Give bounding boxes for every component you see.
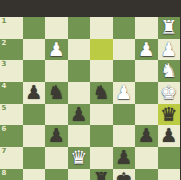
- square-d3[interactable]: [90, 60, 113, 82]
- black-queen[interactable]: ♛: [158, 104, 181, 126]
- square-f5[interactable]: [45, 104, 68, 126]
- square-d8[interactable]: ♜: [90, 169, 113, 180]
- square-b6[interactable]: ♟: [135, 125, 158, 147]
- square-a5[interactable]: ♛: [158, 104, 181, 126]
- square-f2[interactable]: ♟: [45, 39, 68, 61]
- rank-label-4: 4: [2, 82, 7, 91]
- square-a3[interactable]: ♞: [158, 60, 181, 82]
- square-c3[interactable]: [113, 60, 136, 82]
- square-a7[interactable]: [158, 147, 181, 169]
- square-b4[interactable]: [135, 82, 158, 104]
- square-e2[interactable]: [68, 39, 91, 61]
- square-d6[interactable]: [90, 125, 113, 147]
- rank-label-5: 5: [2, 104, 7, 113]
- square-d2[interactable]: [90, 39, 113, 61]
- square-c6[interactable]: [113, 125, 136, 147]
- square-e3[interactable]: [68, 60, 91, 82]
- square-a1[interactable]: ♜: [158, 17, 181, 39]
- white-pawn[interactable]: ♟: [135, 39, 158, 61]
- white-pawn[interactable]: ♟: [45, 39, 68, 61]
- white-pawn[interactable]: ♟: [113, 82, 136, 104]
- square-a4[interactable]: ♚: [158, 82, 181, 104]
- white-rook[interactable]: ♜: [158, 17, 181, 39]
- square-d7[interactable]: [90, 147, 113, 169]
- white-king[interactable]: ♚: [158, 82, 181, 104]
- square-g6[interactable]: [23, 125, 46, 147]
- square-h1[interactable]: 1: [0, 17, 23, 39]
- square-e5[interactable]: ♟: [68, 104, 91, 126]
- square-a6[interactable]: ♟: [158, 125, 181, 147]
- square-h8[interactable]: 8: [0, 169, 23, 180]
- square-g8[interactable]: [23, 169, 46, 180]
- square-e8[interactable]: [68, 169, 91, 180]
- black-pawn[interactable]: ♟: [135, 125, 158, 147]
- top-bar: [0, 0, 180, 17]
- square-c7[interactable]: ♟: [113, 147, 136, 169]
- black-pawn[interactable]: ♟: [158, 125, 181, 147]
- square-g7[interactable]: [23, 147, 46, 169]
- square-f6[interactable]: ♟: [45, 125, 68, 147]
- black-pawn[interactable]: ♟: [113, 147, 136, 169]
- square-c5[interactable]: [113, 104, 136, 126]
- square-f3[interactable]: [45, 60, 68, 82]
- chess-board: 1♜2♟♟♟3♞4♟♞♞♟♚5♟♛6♟♟♟7♛♟8♜♚: [0, 17, 180, 180]
- square-a2[interactable]: ♟: [158, 39, 181, 61]
- black-pawn[interactable]: ♟: [68, 104, 91, 126]
- square-e6[interactable]: [68, 125, 91, 147]
- square-f4[interactable]: ♞: [45, 82, 68, 104]
- square-b2[interactable]: ♟: [135, 39, 158, 61]
- white-pawn[interactable]: ♟: [158, 39, 181, 61]
- square-f7[interactable]: [45, 147, 68, 169]
- square-b8[interactable]: [135, 169, 158, 180]
- square-e1[interactable]: [68, 17, 91, 39]
- square-c2[interactable]: [113, 39, 136, 61]
- white-queen[interactable]: ♛: [68, 147, 91, 169]
- square-b5[interactable]: [135, 104, 158, 126]
- square-h5[interactable]: 5: [0, 104, 23, 126]
- white-knight[interactable]: ♞: [158, 60, 181, 82]
- rank-label-6: 6: [2, 125, 7, 134]
- black-pawn[interactable]: ♟: [45, 125, 68, 147]
- square-d5[interactable]: [90, 104, 113, 126]
- square-f8[interactable]: [45, 169, 68, 180]
- rank-label-8: 8: [2, 169, 7, 178]
- square-g5[interactable]: [23, 104, 46, 126]
- square-h4[interactable]: 4: [0, 82, 23, 104]
- square-b3[interactable]: [135, 60, 158, 82]
- black-knight[interactable]: ♞: [45, 82, 68, 104]
- square-h3[interactable]: 3: [0, 60, 23, 82]
- rank-label-1: 1: [2, 17, 7, 26]
- square-e4[interactable]: [68, 82, 91, 104]
- black-knight[interactable]: ♞: [90, 82, 113, 104]
- black-pawn[interactable]: ♟: [23, 82, 46, 104]
- rank-label-2: 2: [2, 39, 7, 48]
- square-c4[interactable]: ♟: [113, 82, 136, 104]
- square-c8[interactable]: ♚: [113, 169, 136, 180]
- square-e7[interactable]: ♛: [68, 147, 91, 169]
- square-g4[interactable]: ♟: [23, 82, 46, 104]
- rank-label-7: 7: [2, 147, 7, 156]
- square-a8[interactable]: [158, 169, 181, 180]
- square-c1[interactable]: [113, 17, 136, 39]
- square-h2[interactable]: 2: [0, 39, 23, 61]
- black-rook[interactable]: ♜: [90, 169, 113, 180]
- square-b1[interactable]: [135, 17, 158, 39]
- square-g3[interactable]: [23, 60, 46, 82]
- square-g2[interactable]: [23, 39, 46, 61]
- square-d1[interactable]: [90, 17, 113, 39]
- rank-label-3: 3: [2, 60, 7, 69]
- square-d4[interactable]: ♞: [90, 82, 113, 104]
- square-g1[interactable]: [23, 17, 46, 39]
- square-f1[interactable]: [45, 17, 68, 39]
- square-b7[interactable]: [135, 147, 158, 169]
- square-h7[interactable]: 7: [0, 147, 23, 169]
- black-king[interactable]: ♚: [113, 169, 136, 180]
- square-h6[interactable]: 6: [0, 125, 23, 147]
